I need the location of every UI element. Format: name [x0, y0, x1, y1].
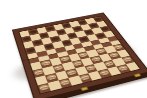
- checkers-board: ⛂⛂⛂⛂⛂⛂⛂⛂⛂⛂⛂⛂⛂⛂⛂⛂⛂⛂⛂⛂⛂⛂⛂⛂⛂⛂⛂⛂⛂⛂⛂⛂⛂⛂⛂⛂⛂⛂⛂⛂: [12, 12, 147, 98]
- brass-hinge-icon: [134, 73, 142, 77]
- board-grid: ⛂⛂⛂⛂⛂⛂⛂⛂⛂⛂⛂⛂⛂⛂⛂⛂⛂⛂⛂⛂⛂⛂⛂⛂⛂⛂⛂⛂⛂⛂⛂⛂⛂⛂⛂⛂⛂⛂⛂⛂: [18, 16, 141, 95]
- brass-clasp-icon: [81, 86, 89, 91]
- product-photo: ⛂⛂⛂⛂⛂⛂⛂⛂⛂⛂⛂⛂⛂⛂⛂⛂⛂⛂⛂⛂⛂⛂⛂⛂⛂⛂⛂⛂⛂⛂⛂⛂⛂⛂⛂⛂⛂⛂⛂⛂: [0, 0, 147, 98]
